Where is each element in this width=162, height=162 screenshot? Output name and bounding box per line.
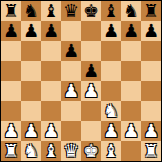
white-rook[interactable]: ♜ xyxy=(143,141,159,161)
square-e8[interactable]: ♚ xyxy=(81,1,101,21)
square-g5[interactable] xyxy=(121,61,141,81)
square-c6[interactable] xyxy=(41,41,61,61)
black-pawn[interactable]: ♟ xyxy=(23,21,39,41)
square-a1[interactable]: ♜ xyxy=(1,141,21,161)
square-c1[interactable]: ♝ xyxy=(41,141,61,161)
square-f5[interactable] xyxy=(101,61,121,81)
square-h3[interactable] xyxy=(141,101,161,121)
square-a5[interactable] xyxy=(1,61,21,81)
square-h5[interactable] xyxy=(141,61,161,81)
square-e3[interactable] xyxy=(81,101,101,121)
square-b6[interactable] xyxy=(21,41,41,61)
square-c5[interactable] xyxy=(41,61,61,81)
white-pawn[interactable]: ♟ xyxy=(143,121,159,141)
white-bishop[interactable]: ♝ xyxy=(43,141,59,161)
white-pawn[interactable]: ♟ xyxy=(83,81,99,101)
square-d3[interactable] xyxy=(61,101,81,121)
square-d6[interactable]: ♟ xyxy=(61,41,81,61)
square-b7[interactable]: ♟ xyxy=(21,21,41,41)
square-h6[interactable] xyxy=(141,41,161,61)
white-pawn[interactable]: ♟ xyxy=(63,81,79,101)
chess-board: ♜♞♝♛♚♝♞♜♟♟♟♟♟♟♟♟♟♟♞♟♟♟♟♟♟♜♞♝♛♚♝♜ xyxy=(1,1,161,161)
square-d5[interactable] xyxy=(61,61,81,81)
square-a2[interactable]: ♟ xyxy=(1,121,21,141)
black-bishop[interactable]: ♝ xyxy=(103,1,119,21)
black-pawn[interactable]: ♟ xyxy=(143,21,159,41)
black-knight[interactable]: ♞ xyxy=(123,1,139,21)
square-h1[interactable]: ♜ xyxy=(141,141,161,161)
square-g8[interactable]: ♞ xyxy=(121,1,141,21)
black-queen[interactable]: ♛ xyxy=(63,1,79,21)
square-g4[interactable] xyxy=(121,81,141,101)
square-e7[interactable] xyxy=(81,21,101,41)
square-e1[interactable]: ♚ xyxy=(81,141,101,161)
square-b2[interactable]: ♟ xyxy=(21,121,41,141)
white-pawn[interactable]: ♟ xyxy=(23,121,39,141)
square-e4[interactable]: ♟ xyxy=(81,81,101,101)
black-rook[interactable]: ♜ xyxy=(143,1,159,21)
black-pawn[interactable]: ♟ xyxy=(123,21,139,41)
square-d7[interactable] xyxy=(61,21,81,41)
white-knight[interactable]: ♞ xyxy=(23,141,39,161)
white-pawn[interactable]: ♟ xyxy=(3,121,19,141)
chess-board-frame: ♜♞♝♛♚♝♞♜♟♟♟♟♟♟♟♟♟♟♞♟♟♟♟♟♟♜♞♝♛♚♝♜ xyxy=(0,0,162,162)
square-b3[interactable] xyxy=(21,101,41,121)
black-bishop[interactable]: ♝ xyxy=(43,1,59,21)
white-pawn[interactable]: ♟ xyxy=(123,121,139,141)
square-h4[interactable] xyxy=(141,81,161,101)
square-e5[interactable]: ♟ xyxy=(81,61,101,81)
black-king[interactable]: ♚ xyxy=(83,1,99,21)
square-f6[interactable] xyxy=(101,41,121,61)
square-d4[interactable]: ♟ xyxy=(61,81,81,101)
square-f3[interactable]: ♞ xyxy=(101,101,121,121)
white-pawn[interactable]: ♟ xyxy=(43,121,59,141)
square-c8[interactable]: ♝ xyxy=(41,1,61,21)
square-b8[interactable]: ♞ xyxy=(21,1,41,21)
square-f1[interactable]: ♝ xyxy=(101,141,121,161)
black-pawn[interactable]: ♟ xyxy=(103,21,119,41)
white-rook[interactable]: ♜ xyxy=(3,141,19,161)
black-pawn[interactable]: ♟ xyxy=(83,61,99,81)
square-g1[interactable] xyxy=(121,141,141,161)
square-h8[interactable]: ♜ xyxy=(141,1,161,21)
black-knight[interactable]: ♞ xyxy=(23,1,39,21)
square-d8[interactable]: ♛ xyxy=(61,1,81,21)
square-e2[interactable] xyxy=(81,121,101,141)
white-king[interactable]: ♚ xyxy=(83,141,99,161)
white-knight[interactable]: ♞ xyxy=(103,101,119,121)
square-g7[interactable]: ♟ xyxy=(121,21,141,41)
square-f7[interactable]: ♟ xyxy=(101,21,121,41)
square-c7[interactable]: ♟ xyxy=(41,21,61,41)
white-queen[interactable]: ♛ xyxy=(63,141,79,161)
black-rook[interactable]: ♜ xyxy=(3,1,19,21)
square-f4[interactable] xyxy=(101,81,121,101)
square-b5[interactable] xyxy=(21,61,41,81)
square-d1[interactable]: ♛ xyxy=(61,141,81,161)
square-d2[interactable] xyxy=(61,121,81,141)
square-h7[interactable]: ♟ xyxy=(141,21,161,41)
square-b1[interactable]: ♞ xyxy=(21,141,41,161)
square-b4[interactable] xyxy=(21,81,41,101)
square-g6[interactable] xyxy=(121,41,141,61)
white-bishop[interactable]: ♝ xyxy=(103,141,119,161)
square-a8[interactable]: ♜ xyxy=(1,1,21,21)
square-c3[interactable] xyxy=(41,101,61,121)
square-g3[interactable] xyxy=(121,101,141,121)
square-a6[interactable] xyxy=(1,41,21,61)
square-f2[interactable]: ♟ xyxy=(101,121,121,141)
black-pawn[interactable]: ♟ xyxy=(3,21,19,41)
square-a7[interactable]: ♟ xyxy=(1,21,21,41)
white-pawn[interactable]: ♟ xyxy=(103,121,119,141)
square-f8[interactable]: ♝ xyxy=(101,1,121,21)
square-c2[interactable]: ♟ xyxy=(41,121,61,141)
black-pawn[interactable]: ♟ xyxy=(43,21,59,41)
square-h2[interactable]: ♟ xyxy=(141,121,161,141)
square-a3[interactable] xyxy=(1,101,21,121)
square-a4[interactable] xyxy=(1,81,21,101)
square-g2[interactable]: ♟ xyxy=(121,121,141,141)
square-e6[interactable] xyxy=(81,41,101,61)
square-c4[interactable] xyxy=(41,81,61,101)
black-pawn[interactable]: ♟ xyxy=(63,41,79,61)
